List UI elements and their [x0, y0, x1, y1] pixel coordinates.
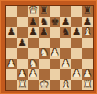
square-e4[interactable]: ♟ — [50, 48, 61, 59]
square-e3[interactable] — [50, 59, 61, 70]
square-d3[interactable] — [39, 59, 50, 70]
black-rook: ♜ — [83, 6, 92, 16]
white-pawn: ♟ — [29, 69, 38, 79]
square-b8[interactable] — [17, 6, 28, 17]
square-f4[interactable] — [60, 48, 71, 59]
square-c5[interactable] — [28, 38, 39, 49]
white-queen: ♛ — [29, 6, 38, 16]
square-e8[interactable] — [50, 6, 61, 17]
square-d5[interactable] — [39, 38, 50, 49]
black-pawn: ♟ — [29, 17, 38, 27]
square-g1[interactable] — [71, 80, 82, 91]
black-pawn: ♟ — [61, 17, 70, 27]
square-b1[interactable]: ♜ — [17, 80, 28, 91]
square-h5[interactable] — [82, 38, 93, 49]
square-a1[interactable] — [6, 80, 17, 91]
square-f2[interactable] — [60, 69, 71, 80]
square-c7[interactable]: ♟ — [28, 17, 39, 28]
square-a2[interactable] — [6, 69, 17, 80]
white-pawn: ♟ — [50, 48, 59, 58]
square-c1[interactable] — [28, 80, 39, 91]
square-g6[interactable]: ♟ — [71, 27, 82, 38]
square-h8[interactable]: ♜ — [82, 6, 93, 17]
square-b7[interactable] — [17, 17, 28, 28]
black-king: ♚ — [50, 17, 59, 27]
square-e2[interactable] — [50, 69, 61, 80]
black-rook: ♜ — [40, 6, 49, 16]
square-a5[interactable] — [6, 38, 17, 49]
black-pawn: ♟ — [83, 17, 92, 27]
square-d1[interactable]: ♚ — [39, 80, 50, 91]
square-e7[interactable]: ♚ — [50, 17, 61, 28]
white-pawn: ♟ — [61, 59, 70, 69]
square-b2[interactable]: ♟ — [17, 69, 28, 80]
square-g7[interactable] — [71, 17, 82, 28]
square-c8[interactable]: ♛ — [28, 6, 39, 17]
square-e6[interactable] — [50, 27, 61, 38]
square-d8[interactable]: ♜ — [39, 6, 50, 17]
square-f6[interactable]: ♞ — [60, 27, 71, 38]
square-c6[interactable]: ♟ — [28, 27, 39, 38]
square-d6[interactable]: ♟ — [39, 27, 50, 38]
black-pawn: ♟ — [29, 27, 38, 37]
square-d2[interactable] — [39, 69, 50, 80]
square-g4[interactable] — [71, 48, 82, 59]
white-knight: ♞ — [29, 59, 38, 69]
square-e5[interactable] — [50, 38, 61, 49]
square-a8[interactable] — [6, 6, 17, 17]
square-f8[interactable] — [60, 6, 71, 17]
white-bishop: ♝ — [83, 27, 92, 37]
square-g3[interactable] — [71, 59, 82, 70]
square-f7[interactable]: ♟ — [60, 17, 71, 28]
black-knight: ♞ — [61, 27, 70, 37]
square-g8[interactable] — [71, 6, 82, 17]
white-pawn: ♟ — [83, 69, 92, 79]
square-a6[interactable]: ♟ — [6, 27, 17, 38]
white-knight: ♞ — [40, 48, 49, 58]
square-d4[interactable]: ♞ — [39, 48, 50, 59]
square-b3[interactable] — [17, 59, 28, 70]
square-h6[interactable]: ♝ — [82, 27, 93, 38]
white-pawn: ♟ — [7, 59, 16, 69]
square-b4[interactable] — [17, 48, 28, 59]
square-a7[interactable] — [6, 17, 17, 28]
square-h3[interactable] — [82, 59, 93, 70]
black-pawn: ♟ — [40, 27, 49, 37]
square-b5[interactable]: ♟ — [17, 38, 28, 49]
black-pawn: ♟ — [18, 38, 27, 48]
square-f5[interactable] — [60, 38, 71, 49]
square-c2[interactable]: ♟ — [28, 69, 39, 80]
square-g2[interactable]: ♟ — [71, 69, 82, 80]
square-a4[interactable] — [6, 48, 17, 59]
chess-app-frame: ♛♜♜♟♞♚♟♟♟♟♟♞♟♝♟♞♟♟♞♟♟♟♟♟♜♚♝♜ — [0, 0, 97, 94]
black-knight: ♞ — [40, 17, 49, 27]
square-c4[interactable] — [28, 48, 39, 59]
square-h7[interactable]: ♟ — [82, 17, 93, 28]
black-pawn: ♟ — [7, 27, 16, 37]
square-f1[interactable]: ♝ — [60, 80, 71, 91]
white-rook: ♜ — [83, 80, 92, 90]
white-rook: ♜ — [18, 80, 27, 90]
white-bishop: ♝ — [61, 80, 70, 90]
square-h1[interactable]: ♜ — [82, 80, 93, 91]
black-pawn: ♟ — [72, 27, 81, 37]
square-h2[interactable]: ♟ — [82, 69, 93, 80]
white-pawn: ♟ — [72, 69, 81, 79]
square-b6[interactable] — [17, 27, 28, 38]
square-h4[interactable] — [82, 48, 93, 59]
square-e1[interactable] — [50, 80, 61, 91]
square-f3[interactable]: ♟ — [60, 59, 71, 70]
white-pawn: ♟ — [18, 69, 27, 79]
white-king: ♚ — [40, 80, 49, 90]
square-d7[interactable]: ♞ — [39, 17, 50, 28]
chess-board: ♛♜♜♟♞♚♟♟♟♟♟♞♟♝♟♞♟♟♞♟♟♟♟♟♜♚♝♜ — [6, 6, 93, 90]
square-g5[interactable] — [71, 38, 82, 49]
square-a3[interactable]: ♟ — [6, 59, 17, 70]
square-c3[interactable]: ♞ — [28, 59, 39, 70]
